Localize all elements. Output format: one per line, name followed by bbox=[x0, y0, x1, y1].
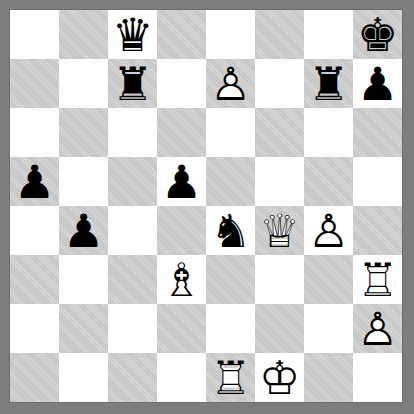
square-a6[interactable] bbox=[10, 108, 59, 157]
black-rook-piece: ♜ bbox=[112, 61, 153, 107]
square-h5[interactable] bbox=[353, 157, 402, 206]
square-h7[interactable]: ♟ bbox=[353, 59, 402, 108]
square-a2[interactable] bbox=[10, 304, 59, 353]
square-e5[interactable] bbox=[206, 157, 255, 206]
square-b6[interactable] bbox=[59, 108, 108, 157]
white-pawn-piece: ♟♙ bbox=[308, 208, 349, 254]
square-e6[interactable] bbox=[206, 108, 255, 157]
square-c6[interactable] bbox=[108, 108, 157, 157]
square-a1[interactable] bbox=[10, 353, 59, 402]
square-a5[interactable]: ♟ bbox=[10, 157, 59, 206]
square-e4[interactable]: ♞ bbox=[206, 206, 255, 255]
square-a7[interactable] bbox=[10, 59, 59, 108]
square-f5[interactable] bbox=[255, 157, 304, 206]
chess-board: ♛♚♜♟♙♜♟♟♟♟♞♛♕♟♙♝♗♜♖♟♙♜♖♚♔ bbox=[10, 10, 402, 402]
square-f8[interactable] bbox=[255, 10, 304, 59]
square-h3[interactable]: ♜♖ bbox=[353, 255, 402, 304]
square-f6[interactable] bbox=[255, 108, 304, 157]
square-c3[interactable] bbox=[108, 255, 157, 304]
square-a8[interactable] bbox=[10, 10, 59, 59]
square-d5[interactable]: ♟ bbox=[157, 157, 206, 206]
square-e1[interactable]: ♜♖ bbox=[206, 353, 255, 402]
square-b7[interactable] bbox=[59, 59, 108, 108]
black-knight-piece: ♞ bbox=[210, 208, 251, 254]
square-f2[interactable] bbox=[255, 304, 304, 353]
square-a3[interactable] bbox=[10, 255, 59, 304]
square-a4[interactable] bbox=[10, 206, 59, 255]
white-pawn-piece: ♟♙ bbox=[210, 61, 251, 107]
square-c4[interactable] bbox=[108, 206, 157, 255]
black-pawn-piece: ♟ bbox=[14, 159, 55, 205]
square-f7[interactable] bbox=[255, 59, 304, 108]
square-b3[interactable] bbox=[59, 255, 108, 304]
square-b8[interactable] bbox=[59, 10, 108, 59]
square-b1[interactable] bbox=[59, 353, 108, 402]
black-pawn-piece: ♟ bbox=[63, 208, 104, 254]
square-h6[interactable] bbox=[353, 108, 402, 157]
square-h1[interactable] bbox=[353, 353, 402, 402]
square-g3[interactable] bbox=[304, 255, 353, 304]
square-g8[interactable] bbox=[304, 10, 353, 59]
square-g4[interactable]: ♟♙ bbox=[304, 206, 353, 255]
board-frame: ♛♚♜♟♙♜♟♟♟♟♞♛♕♟♙♝♗♜♖♟♙♜♖♚♔ bbox=[0, 0, 414, 414]
white-king-piece: ♚♔ bbox=[259, 355, 300, 401]
square-h2[interactable]: ♟♙ bbox=[353, 304, 402, 353]
square-g1[interactable] bbox=[304, 353, 353, 402]
square-c7[interactable]: ♜ bbox=[108, 59, 157, 108]
white-bishop-piece: ♝♗ bbox=[161, 257, 202, 303]
square-d6[interactable] bbox=[157, 108, 206, 157]
square-e3[interactable] bbox=[206, 255, 255, 304]
square-c8[interactable]: ♛ bbox=[108, 10, 157, 59]
white-queen-piece: ♛♕ bbox=[259, 208, 300, 254]
black-king-piece: ♚ bbox=[357, 12, 398, 58]
square-d7[interactable] bbox=[157, 59, 206, 108]
square-d4[interactable] bbox=[157, 206, 206, 255]
square-c1[interactable] bbox=[108, 353, 157, 402]
square-b2[interactable] bbox=[59, 304, 108, 353]
square-c5[interactable] bbox=[108, 157, 157, 206]
black-pawn-piece: ♟ bbox=[357, 61, 398, 107]
white-pawn-piece: ♟♙ bbox=[357, 306, 398, 352]
square-g2[interactable] bbox=[304, 304, 353, 353]
square-f4[interactable]: ♛♕ bbox=[255, 206, 304, 255]
square-b4[interactable]: ♟ bbox=[59, 206, 108, 255]
black-queen-piece: ♛ bbox=[112, 12, 153, 58]
square-g6[interactable] bbox=[304, 108, 353, 157]
square-g5[interactable] bbox=[304, 157, 353, 206]
square-e7[interactable]: ♟♙ bbox=[206, 59, 255, 108]
square-d8[interactable] bbox=[157, 10, 206, 59]
square-e2[interactable] bbox=[206, 304, 255, 353]
square-d2[interactable] bbox=[157, 304, 206, 353]
square-e8[interactable] bbox=[206, 10, 255, 59]
square-d3[interactable]: ♝♗ bbox=[157, 255, 206, 304]
square-f1[interactable]: ♚♔ bbox=[255, 353, 304, 402]
black-rook-piece: ♜ bbox=[308, 61, 349, 107]
black-pawn-piece: ♟ bbox=[161, 159, 202, 205]
square-b5[interactable] bbox=[59, 157, 108, 206]
square-d1[interactable] bbox=[157, 353, 206, 402]
square-c2[interactable] bbox=[108, 304, 157, 353]
white-rook-piece: ♜♖ bbox=[357, 257, 398, 303]
square-h8[interactable]: ♚ bbox=[353, 10, 402, 59]
square-f3[interactable] bbox=[255, 255, 304, 304]
square-h4[interactable] bbox=[353, 206, 402, 255]
square-g7[interactable]: ♜ bbox=[304, 59, 353, 108]
white-rook-piece: ♜♖ bbox=[210, 355, 251, 401]
